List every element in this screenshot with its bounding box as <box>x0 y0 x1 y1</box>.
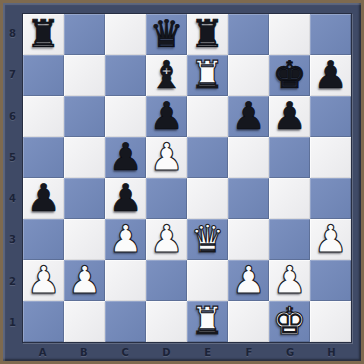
square-f5[interactable] <box>228 137 269 178</box>
piece-white-pawn[interactable]: ♟ <box>67 261 101 299</box>
square-d1[interactable] <box>146 301 187 342</box>
piece-black-king[interactable]: ♚ <box>272 56 306 94</box>
square-g5[interactable] <box>269 137 310 178</box>
square-f8[interactable] <box>228 14 269 55</box>
square-a3[interactable] <box>23 219 64 260</box>
square-a7[interactable] <box>23 55 64 96</box>
square-g3[interactable] <box>269 219 310 260</box>
square-h8[interactable] <box>310 14 351 55</box>
piece-black-pawn[interactable]: ♟ <box>231 97 265 135</box>
square-g4[interactable] <box>269 178 310 219</box>
piece-black-pawn[interactable]: ♟ <box>272 97 306 135</box>
piece-white-pawn[interactable]: ♟ <box>108 220 142 258</box>
square-c4[interactable]: ♟ <box>105 178 146 219</box>
square-h5[interactable] <box>310 137 351 178</box>
square-g2[interactable]: ♟ <box>269 260 310 301</box>
square-g1[interactable]: ♚ <box>269 301 310 342</box>
square-c2[interactable] <box>105 260 146 301</box>
rank-label-6: 6 <box>3 96 22 137</box>
square-e3[interactable]: ♛ <box>187 219 228 260</box>
file-label-f: F <box>228 343 269 361</box>
square-h2[interactable] <box>310 260 351 301</box>
square-a1[interactable] <box>23 301 64 342</box>
rank-label-8: 8 <box>3 13 22 54</box>
square-a5[interactable] <box>23 137 64 178</box>
rank-label-7: 7 <box>3 54 22 95</box>
square-a4[interactable]: ♟ <box>23 178 64 219</box>
square-f4[interactable] <box>228 178 269 219</box>
piece-white-pawn[interactable]: ♟ <box>231 261 265 299</box>
piece-black-pawn[interactable]: ♟ <box>108 179 142 217</box>
file-label-e: E <box>187 343 228 361</box>
square-f3[interactable] <box>228 219 269 260</box>
piece-white-king[interactable]: ♚ <box>272 302 306 340</box>
square-c6[interactable] <box>105 96 146 137</box>
square-e6[interactable] <box>187 96 228 137</box>
square-d6[interactable]: ♟ <box>146 96 187 137</box>
file-label-c: C <box>105 343 146 361</box>
square-d8[interactable]: ♛ <box>146 14 187 55</box>
square-e1[interactable]: ♜ <box>187 301 228 342</box>
piece-black-pawn[interactable]: ♟ <box>313 56 347 94</box>
rank-label-5: 5 <box>3 137 22 178</box>
file-label-h: H <box>311 343 352 361</box>
square-d4[interactable] <box>146 178 187 219</box>
square-f6[interactable]: ♟ <box>228 96 269 137</box>
square-b1[interactable] <box>64 301 105 342</box>
file-labels: ABCDEFGH <box>22 343 352 361</box>
file-label-g: G <box>270 343 311 361</box>
square-b3[interactable] <box>64 219 105 260</box>
square-h3[interactable]: ♟ <box>310 219 351 260</box>
rank-labels: 87654321 <box>3 13 22 343</box>
rank-label-1: 1 <box>3 302 22 343</box>
square-c3[interactable]: ♟ <box>105 219 146 260</box>
square-b5[interactable] <box>64 137 105 178</box>
piece-white-queen[interactable]: ♛ <box>190 220 224 258</box>
square-h7[interactable]: ♟ <box>310 55 351 96</box>
piece-white-rook[interactable]: ♜ <box>190 56 224 94</box>
square-c5[interactable]: ♟ <box>105 137 146 178</box>
piece-black-rook[interactable]: ♜ <box>190 15 224 53</box>
square-d3[interactable]: ♟ <box>146 219 187 260</box>
square-c8[interactable] <box>105 14 146 55</box>
piece-black-pawn[interactable]: ♟ <box>108 138 142 176</box>
square-b4[interactable] <box>64 178 105 219</box>
piece-white-pawn[interactable]: ♟ <box>272 261 306 299</box>
square-e5[interactable] <box>187 137 228 178</box>
square-a8[interactable]: ♜ <box>23 14 64 55</box>
square-g6[interactable]: ♟ <box>269 96 310 137</box>
square-f2[interactable]: ♟ <box>228 260 269 301</box>
square-g8[interactable] <box>269 14 310 55</box>
square-c7[interactable] <box>105 55 146 96</box>
piece-white-pawn[interactable]: ♟ <box>149 138 183 176</box>
piece-white-pawn[interactable]: ♟ <box>149 220 183 258</box>
file-label-a: A <box>22 343 63 361</box>
file-label-d: D <box>146 343 187 361</box>
square-d7[interactable]: ♝ <box>146 55 187 96</box>
piece-black-queen[interactable]: ♛ <box>149 15 183 53</box>
square-g7[interactable]: ♚ <box>269 55 310 96</box>
board-frame: 87654321 ♜♛♜♝♜♚♟♟♟♟♟♟♟♟♟♟♛♟♟♟♟♟♜♚ ABCDEF… <box>0 0 364 364</box>
square-f7[interactable] <box>228 55 269 96</box>
square-h6[interactable] <box>310 96 351 137</box>
square-b8[interactable] <box>64 14 105 55</box>
piece-black-bishop[interactable]: ♝ <box>149 56 183 94</box>
piece-black-rook[interactable]: ♜ <box>26 15 60 53</box>
piece-white-rook[interactable]: ♜ <box>190 302 224 340</box>
square-a2[interactable]: ♟ <box>23 260 64 301</box>
square-b7[interactable] <box>64 55 105 96</box>
square-d5[interactable]: ♟ <box>146 137 187 178</box>
square-e8[interactable]: ♜ <box>187 14 228 55</box>
square-b6[interactable] <box>64 96 105 137</box>
square-c1[interactable] <box>105 301 146 342</box>
square-f1[interactable] <box>228 301 269 342</box>
rank-label-2: 2 <box>3 261 22 302</box>
piece-white-pawn[interactable]: ♟ <box>26 261 60 299</box>
square-e4[interactable] <box>187 178 228 219</box>
piece-black-pawn[interactable]: ♟ <box>26 179 60 217</box>
square-h1[interactable] <box>310 301 351 342</box>
square-a6[interactable] <box>23 96 64 137</box>
square-d2[interactable] <box>146 260 187 301</box>
file-label-b: B <box>63 343 104 361</box>
square-h4[interactable] <box>310 178 351 219</box>
piece-white-pawn[interactable]: ♟ <box>313 220 347 258</box>
square-e2[interactable] <box>187 260 228 301</box>
rank-label-3: 3 <box>3 219 22 260</box>
piece-black-pawn[interactable]: ♟ <box>149 97 183 135</box>
rank-label-4: 4 <box>3 178 22 219</box>
chess-board: ♜♛♜♝♜♚♟♟♟♟♟♟♟♟♟♟♛♟♟♟♟♟♜♚ <box>22 13 352 343</box>
square-b2[interactable]: ♟ <box>64 260 105 301</box>
square-e7[interactable]: ♜ <box>187 55 228 96</box>
